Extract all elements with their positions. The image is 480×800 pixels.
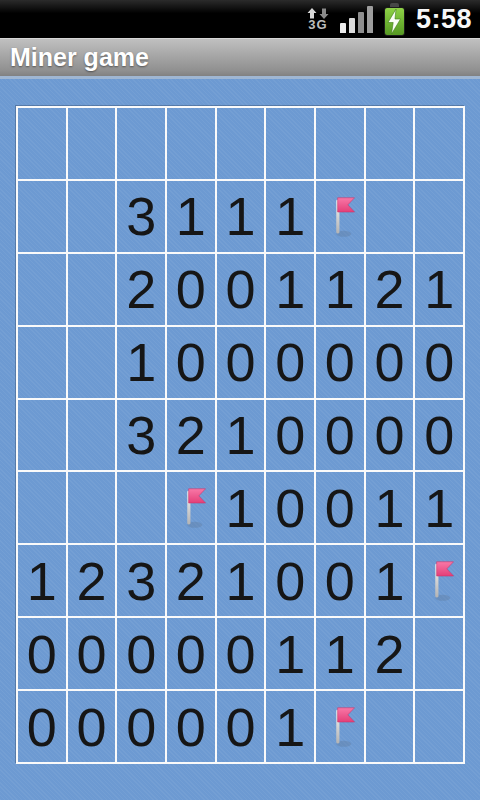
cell-r3c5[interactable]: 0 <box>217 254 265 325</box>
cell-r3c2[interactable] <box>68 254 116 325</box>
cell-r9c1[interactable]: 0 <box>18 691 66 762</box>
cell-r6c9[interactable]: 1 <box>415 472 463 543</box>
cell-r3c6[interactable]: 1 <box>266 254 314 325</box>
cell-r8c2[interactable]: 0 <box>68 618 116 689</box>
cell-r5c3[interactable]: 3 <box>117 400 165 471</box>
cell-r2c7[interactable] <box>316 181 364 252</box>
mine-count: 1 <box>176 189 206 243</box>
mine-count: 1 <box>225 408 255 462</box>
mobile-network-3g-icon: 3G <box>307 8 329 31</box>
cell-r2c9[interactable] <box>415 181 463 252</box>
cell-r4c7[interactable]: 0 <box>316 327 364 398</box>
cell-r4c9[interactable]: 0 <box>415 327 463 398</box>
mine-count: 0 <box>424 335 454 389</box>
mine-count: 1 <box>27 554 57 608</box>
mine-count: 0 <box>374 335 404 389</box>
mine-count: 0 <box>275 554 305 608</box>
mine-count: 0 <box>424 408 454 462</box>
mine-count: 1 <box>424 262 454 316</box>
cell-r4c1[interactable] <box>18 327 66 398</box>
mine-count: 1 <box>275 189 305 243</box>
mine-count: 0 <box>275 481 305 535</box>
mine-count: 0 <box>275 408 305 462</box>
mine-count: 1 <box>275 700 305 754</box>
battery-charging-icon <box>384 3 405 36</box>
cell-r5c4[interactable]: 2 <box>167 400 215 471</box>
cell-r8c8[interactable]: 2 <box>366 618 414 689</box>
cell-r2c4[interactable]: 1 <box>167 181 215 252</box>
cell-r8c9[interactable] <box>415 618 463 689</box>
mine-count: 0 <box>225 262 255 316</box>
signal-bar <box>340 23 346 33</box>
mine-count: 0 <box>176 627 206 681</box>
cell-r8c3[interactable]: 0 <box>117 618 165 689</box>
cell-r3c9[interactable]: 1 <box>415 254 463 325</box>
cell-r8c6[interactable]: 1 <box>266 618 314 689</box>
mine-count: 0 <box>374 408 404 462</box>
cell-r3c3[interactable]: 2 <box>117 254 165 325</box>
cell-r1c2[interactable] <box>68 108 116 179</box>
mine-count: 1 <box>126 335 156 389</box>
mine-count: 1 <box>424 481 454 535</box>
cell-r2c6[interactable]: 1 <box>266 181 314 252</box>
cell-r4c8[interactable]: 0 <box>366 327 414 398</box>
cell-r4c4[interactable]: 0 <box>167 327 215 398</box>
cell-r6c3[interactable] <box>117 472 165 543</box>
mine-count: 3 <box>126 554 156 608</box>
cell-r9c3[interactable]: 0 <box>117 691 165 762</box>
signal-bar <box>367 6 373 33</box>
lightning-bolt-icon <box>387 9 402 34</box>
mine-count: 1 <box>325 262 355 316</box>
cell-r7c8[interactable]: 1 <box>366 545 414 616</box>
signal-bar <box>349 18 355 33</box>
mine-count: 0 <box>275 335 305 389</box>
mine-count: 1 <box>225 554 255 608</box>
cell-r4c6[interactable]: 0 <box>266 327 314 398</box>
mine-count: 1 <box>225 189 255 243</box>
cell-r2c8[interactable] <box>366 181 414 252</box>
mine-count: 0 <box>76 627 106 681</box>
cell-r7c5[interactable]: 1 <box>217 545 265 616</box>
mine-count: 2 <box>374 627 404 681</box>
flag-icon <box>422 558 456 603</box>
cell-r3c8[interactable]: 2 <box>366 254 414 325</box>
mine-count: 2 <box>126 262 156 316</box>
cell-r9c6[interactable]: 1 <box>266 691 314 762</box>
cell-r2c1[interactable] <box>18 181 66 252</box>
status-bar-clock: 5:58 <box>416 4 472 35</box>
cell-r1c6[interactable] <box>266 108 314 179</box>
mine-count: 1 <box>325 627 355 681</box>
mine-count: 0 <box>325 408 355 462</box>
cell-r6c5[interactable]: 1 <box>217 472 265 543</box>
cell-r6c6[interactable]: 0 <box>266 472 314 543</box>
cell-r1c3[interactable] <box>117 108 165 179</box>
cell-r4c5[interactable]: 0 <box>217 327 265 398</box>
signal-strength-icon <box>340 6 373 33</box>
cell-r9c9[interactable] <box>415 691 463 762</box>
cell-r1c8[interactable] <box>366 108 414 179</box>
mine-count: 1 <box>275 627 305 681</box>
flag-icon <box>174 485 208 530</box>
mine-count: 0 <box>325 335 355 389</box>
mine-count: 0 <box>176 700 206 754</box>
mine-count: 0 <box>126 700 156 754</box>
cell-r7c6[interactable]: 0 <box>266 545 314 616</box>
mine-count: 2 <box>374 262 404 316</box>
mine-count: 0 <box>76 700 106 754</box>
cell-r8c7[interactable]: 1 <box>316 618 364 689</box>
cell-r5c5[interactable]: 1 <box>217 400 265 471</box>
mine-count: 0 <box>225 700 255 754</box>
cell-r3c1[interactable] <box>18 254 66 325</box>
minesweeper-board: 3111 200112110000003210000 <box>16 106 465 764</box>
cell-r5c2[interactable] <box>68 400 116 471</box>
cell-r5c9[interactable]: 0 <box>415 400 463 471</box>
cell-r5c1[interactable] <box>18 400 66 471</box>
app-title: Miner game <box>10 43 149 72</box>
mine-count: 0 <box>225 627 255 681</box>
cell-r4c3[interactable]: 1 <box>117 327 165 398</box>
mine-count: 2 <box>176 554 206 608</box>
cell-r5c6[interactable]: 0 <box>266 400 314 471</box>
cell-r9c8[interactable] <box>366 691 414 762</box>
mine-count: 0 <box>27 627 57 681</box>
cell-r8c1[interactable]: 0 <box>18 618 66 689</box>
cell-r2c5[interactable]: 1 <box>217 181 265 252</box>
cell-r6c2[interactable] <box>68 472 116 543</box>
cell-r4c2[interactable] <box>68 327 116 398</box>
cell-r5c8[interactable]: 0 <box>366 400 414 471</box>
mine-count: 1 <box>275 262 305 316</box>
cell-r3c4[interactable]: 0 <box>167 254 215 325</box>
mine-count: 1 <box>225 481 255 535</box>
cell-r2c3[interactable]: 3 <box>117 181 165 252</box>
cell-r9c7[interactable] <box>316 691 364 762</box>
cell-r1c4[interactable] <box>167 108 215 179</box>
cell-r7c1[interactable]: 1 <box>18 545 66 616</box>
mine-count: 2 <box>76 554 106 608</box>
cell-r8c5[interactable]: 0 <box>217 618 265 689</box>
mine-count: 3 <box>126 408 156 462</box>
cell-r1c1[interactable] <box>18 108 66 179</box>
cell-r9c4[interactable]: 0 <box>167 691 215 762</box>
mine-count: 1 <box>374 554 404 608</box>
mine-count: 0 <box>27 700 57 754</box>
cell-r6c8[interactable]: 1 <box>366 472 414 543</box>
cell-r2c2[interactable] <box>68 181 116 252</box>
network-type-label: 3G <box>308 18 327 31</box>
cell-r6c7[interactable]: 0 <box>316 472 364 543</box>
flag-icon <box>323 704 357 749</box>
flag-icon <box>323 194 357 239</box>
mine-count: 1 <box>374 481 404 535</box>
mine-count: 0 <box>126 627 156 681</box>
cell-r1c5[interactable] <box>217 108 265 179</box>
cell-r3c7[interactable]: 1 <box>316 254 364 325</box>
cell-r9c2[interactable]: 0 <box>68 691 116 762</box>
cell-r7c2[interactable]: 2 <box>68 545 116 616</box>
signal-bar <box>358 12 364 33</box>
game-area: 3111 200112110000003210000 <box>0 76 480 800</box>
mine-count: 0 <box>325 554 355 608</box>
cell-r8c4[interactable]: 0 <box>167 618 215 689</box>
cell-r7c9[interactable] <box>415 545 463 616</box>
cell-r7c7[interactable]: 0 <box>316 545 364 616</box>
mine-count: 0 <box>176 262 206 316</box>
cell-r7c4[interactable]: 2 <box>167 545 215 616</box>
mine-count: 0 <box>325 481 355 535</box>
cell-r5c7[interactable]: 0 <box>316 400 364 471</box>
mine-count: 0 <box>176 335 206 389</box>
mine-count: 3 <box>126 189 156 243</box>
cell-r1c9[interactable] <box>415 108 463 179</box>
cell-r9c5[interactable]: 0 <box>217 691 265 762</box>
status-bar: 3G 5:58 <box>0 0 480 38</box>
cell-r6c4[interactable] <box>167 472 215 543</box>
cell-r1c7[interactable] <box>316 108 364 179</box>
mine-count: 2 <box>176 408 206 462</box>
mine-count: 0 <box>225 335 255 389</box>
cell-r6c1[interactable] <box>18 472 66 543</box>
title-bar: Miner game <box>0 38 480 76</box>
cell-r7c3[interactable]: 3 <box>117 545 165 616</box>
